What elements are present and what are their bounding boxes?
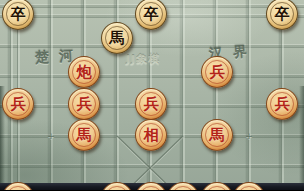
piece-glyph: 帥 [144,183,159,191]
piece-glyph: 相 [210,183,225,191]
piece-red-e4[interactable]: 兵 [135,88,167,120]
piece-glyph: 車 [11,183,26,191]
piece-glyph: 仕 [176,183,191,191]
piece-red-g3[interactable]: 馬 [201,119,233,151]
piece-glyph: 卒 [275,0,290,29]
piece-red-a1[interactable]: 車 [2,182,34,190]
piece-red-c5[interactable]: 炮 [68,56,100,88]
piece-red-c3[interactable]: 馬 [68,119,100,151]
piece-glyph: 兵 [275,89,290,119]
piece-glyph: 炮 [77,57,92,87]
piece-red-d1[interactable]: 仕 [101,182,133,190]
piece-black-d6[interactable]: 馬 [101,22,133,54]
piece-red-g5[interactable]: 兵 [201,56,233,88]
pieces-layer: 卒卒卒馬炮兵兵兵兵兵馬相馬車仕帥仕相車 [0,0,304,190]
piece-glyph: 車 [242,183,257,191]
piece-red-a4[interactable]: 兵 [2,88,34,120]
piece-red-i4[interactable]: 兵 [266,88,298,120]
piece-red-c4[interactable]: 兵 [68,88,100,120]
piece-glyph: 兵 [77,89,92,119]
piece-glyph: 馬 [77,120,92,150]
piece-black-a7[interactable]: 卒 [2,0,34,30]
piece-glyph: 兵 [144,89,159,119]
piece-black-i7[interactable]: 卒 [266,0,298,30]
piece-glyph: 相 [144,120,159,150]
xiangqi-board[interactable]: + + 楚河 汉界 JJ象棋 卒卒卒馬炮兵兵兵兵兵馬相馬車仕帥仕相車 [0,0,304,190]
piece-glyph: 馬 [110,23,125,53]
piece-glyph: 兵 [210,57,225,87]
piece-red-f1[interactable]: 仕 [167,182,199,190]
piece-red-h1[interactable]: 車 [233,182,265,190]
piece-glyph: 卒 [144,0,159,29]
piece-glyph: 兵 [11,89,26,119]
piece-red-g1[interactable]: 相 [201,182,233,190]
piece-glyph: 卒 [11,0,26,29]
piece-red-e3[interactable]: 相 [135,119,167,151]
piece-red-e1[interactable]: 帥 [135,182,167,190]
piece-glyph: 仕 [110,183,125,191]
piece-black-e7[interactable]: 卒 [135,0,167,30]
piece-glyph: 馬 [210,120,225,150]
